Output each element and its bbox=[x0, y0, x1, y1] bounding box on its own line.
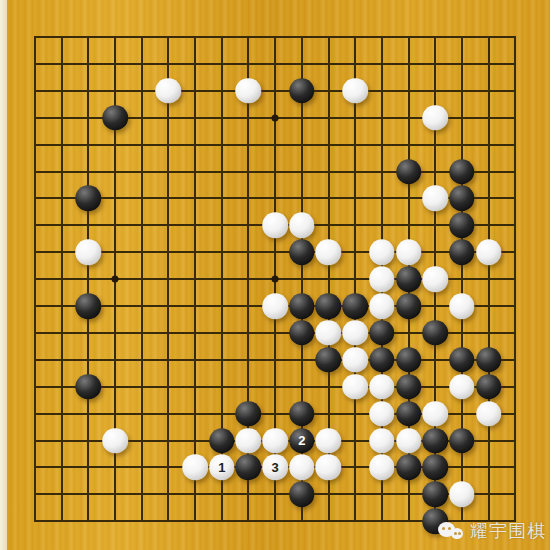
stone-white bbox=[369, 239, 395, 265]
stone-white bbox=[262, 293, 288, 319]
grid-line-h bbox=[34, 359, 516, 361]
stone-black bbox=[289, 482, 315, 508]
stone-black bbox=[449, 347, 475, 373]
stone-white bbox=[449, 482, 475, 508]
stone-white bbox=[316, 428, 342, 454]
stone-black bbox=[396, 455, 422, 481]
stone-white bbox=[396, 239, 422, 265]
stone-black bbox=[476, 374, 502, 400]
stone-white bbox=[289, 213, 315, 239]
wechat-icon bbox=[438, 519, 466, 543]
stone-black bbox=[316, 293, 342, 319]
stone-white bbox=[449, 293, 475, 319]
stone-black-numbered: 2 bbox=[289, 428, 315, 454]
stone-black bbox=[396, 347, 422, 373]
stone-black bbox=[289, 401, 315, 427]
stone-white bbox=[342, 320, 368, 346]
stone-white bbox=[369, 401, 395, 427]
stone-white bbox=[369, 266, 395, 292]
stone-black bbox=[209, 428, 235, 454]
stone-black bbox=[449, 159, 475, 185]
stone-black bbox=[449, 239, 475, 265]
star-point bbox=[112, 276, 119, 283]
stone-white bbox=[476, 239, 502, 265]
stone-black bbox=[76, 186, 102, 212]
stone-black bbox=[289, 78, 315, 104]
stone-white bbox=[316, 239, 342, 265]
stone-black bbox=[422, 428, 448, 454]
stone-white bbox=[182, 455, 208, 481]
stone-black bbox=[449, 213, 475, 239]
stone-black bbox=[342, 293, 368, 319]
stone-black bbox=[396, 374, 422, 400]
stone-black bbox=[422, 455, 448, 481]
stone-black bbox=[422, 320, 448, 346]
stone-white bbox=[422, 186, 448, 212]
star-point bbox=[272, 114, 279, 121]
stone-black bbox=[396, 159, 422, 185]
stone-black bbox=[289, 239, 315, 265]
stone-white-numbered: 3 bbox=[262, 455, 288, 481]
stone-black bbox=[396, 266, 422, 292]
stone-black bbox=[102, 105, 128, 131]
stone-white bbox=[236, 78, 262, 104]
stone-black bbox=[422, 482, 448, 508]
stone-black bbox=[76, 293, 102, 319]
grid-line-h bbox=[34, 386, 516, 388]
stone-white bbox=[449, 374, 475, 400]
grid-line-v bbox=[514, 36, 516, 522]
watermark-text: 耀宇围棋 bbox=[470, 519, 546, 543]
stone-white bbox=[342, 374, 368, 400]
stone-white bbox=[316, 455, 342, 481]
stone-white bbox=[76, 239, 102, 265]
stone-white bbox=[262, 213, 288, 239]
stone-black bbox=[369, 347, 395, 373]
stone-white bbox=[369, 374, 395, 400]
stone-white bbox=[476, 401, 502, 427]
go-diagram: 213 耀宇围棋 bbox=[0, 0, 550, 550]
stone-white bbox=[342, 78, 368, 104]
stone-white bbox=[156, 78, 182, 104]
grid-line-v bbox=[488, 36, 490, 522]
stone-white bbox=[289, 455, 315, 481]
stone-white bbox=[369, 293, 395, 319]
stone-black bbox=[316, 347, 342, 373]
stone-black bbox=[289, 293, 315, 319]
stone-white bbox=[236, 428, 262, 454]
stone-white bbox=[342, 347, 368, 373]
grid-line-v bbox=[354, 36, 356, 522]
watermark: 耀宇围棋 bbox=[438, 518, 546, 544]
stone-black bbox=[369, 320, 395, 346]
stone-white bbox=[369, 428, 395, 454]
stone-white bbox=[422, 266, 448, 292]
stone-black bbox=[396, 401, 422, 427]
stone-black bbox=[76, 374, 102, 400]
stone-black bbox=[396, 293, 422, 319]
stone-white bbox=[262, 428, 288, 454]
stone-white bbox=[102, 428, 128, 454]
stone-black bbox=[289, 320, 315, 346]
stone-white bbox=[369, 455, 395, 481]
stone-black bbox=[236, 401, 262, 427]
stone-white bbox=[422, 105, 448, 131]
wechat-bubble-small bbox=[451, 528, 463, 539]
stone-white bbox=[396, 428, 422, 454]
stone-black bbox=[236, 455, 262, 481]
stone-white-numbered: 1 bbox=[209, 455, 235, 481]
star-point bbox=[272, 276, 279, 283]
stone-black bbox=[449, 428, 475, 454]
go-board: 213 bbox=[0, 0, 550, 550]
stone-black bbox=[449, 186, 475, 212]
stone-white bbox=[316, 320, 342, 346]
stone-black bbox=[476, 347, 502, 373]
stone-white bbox=[422, 401, 448, 427]
